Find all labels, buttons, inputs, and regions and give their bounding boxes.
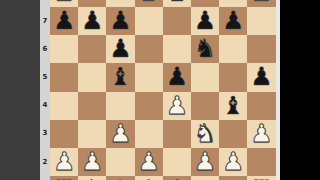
square-h4[interactable] <box>247 92 275 120</box>
square-a2[interactable]: ♟ <box>50 148 78 176</box>
square-a5[interactable] <box>50 63 78 91</box>
square-a1[interactable]: ♜ <box>50 176 78 180</box>
square-d8[interactable]: ♛ <box>135 0 163 7</box>
square-c6[interactable]: ♟ <box>106 35 134 63</box>
square-d6[interactable] <box>135 35 163 63</box>
white-bishop-c1[interactable]: ♝ <box>106 176 134 180</box>
white-pawn-g2[interactable]: ♟ <box>219 148 247 176</box>
black-knight-f6[interactable]: ♞ <box>191 35 219 63</box>
black-king-e8[interactable]: ♚ <box>163 0 191 7</box>
black-bishop-g4[interactable]: ♝ <box>219 92 247 120</box>
square-e5[interactable]: ♟ <box>163 63 191 91</box>
square-h7[interactable] <box>247 7 275 35</box>
black-rook-h8[interactable]: ♜ <box>247 0 275 7</box>
square-d1[interactable]: ♛ <box>135 176 163 180</box>
white-pawn-c3[interactable]: ♟ <box>106 120 134 148</box>
square-f3[interactable]: ♞ <box>191 120 219 148</box>
square-a7[interactable]: ♟ <box>50 7 78 35</box>
board-right-edge-strip <box>276 0 280 180</box>
white-king-e1[interactable]: ♚ <box>163 176 191 180</box>
rank-label-3: 3 <box>40 130 50 137</box>
white-pawn-e4[interactable]: ♟ <box>163 92 191 120</box>
rank-label-5: 5 <box>40 74 50 81</box>
square-h5[interactable]: ♟ <box>247 63 275 91</box>
square-f5[interactable] <box>191 63 219 91</box>
white-pawn-h3[interactable]: ♟ <box>247 120 275 148</box>
black-pawn-h5[interactable]: ♟ <box>247 63 275 91</box>
square-g1[interactable] <box>219 176 247 180</box>
square-d7[interactable] <box>135 7 163 35</box>
square-c7[interactable]: ♟ <box>106 7 134 35</box>
square-g7[interactable]: ♟ <box>219 7 247 35</box>
black-bishop-c5[interactable]: ♝ <box>106 63 134 91</box>
square-f4[interactable] <box>191 92 219 120</box>
square-e8[interactable]: ♚ <box>163 0 191 7</box>
white-rook-h1[interactable]: ♜ <box>247 176 275 180</box>
square-h8[interactable]: ♜ <box>247 0 275 7</box>
square-e2[interactable] <box>163 148 191 176</box>
square-b2[interactable]: ♟ <box>78 148 106 176</box>
white-knight-b1[interactable]: ♞ <box>78 176 106 180</box>
square-f7[interactable]: ♟ <box>191 7 219 35</box>
rank-label-4: 4 <box>40 102 50 109</box>
square-h2[interactable] <box>247 148 275 176</box>
rank-label-2: 2 <box>40 159 50 166</box>
square-b7[interactable]: ♟ <box>78 7 106 35</box>
square-h1[interactable]: ♜ <box>247 176 275 180</box>
square-c2[interactable] <box>106 148 134 176</box>
square-d5[interactable] <box>135 63 163 91</box>
square-b5[interactable] <box>78 63 106 91</box>
square-g2[interactable]: ♟ <box>219 148 247 176</box>
square-a3[interactable] <box>50 120 78 148</box>
square-h6[interactable] <box>247 35 275 63</box>
black-pawn-e5[interactable]: ♟ <box>163 63 191 91</box>
letterbox-left <box>0 0 40 180</box>
square-a4[interactable] <box>50 92 78 120</box>
square-b3[interactable] <box>78 120 106 148</box>
square-f6[interactable]: ♞ <box>191 35 219 63</box>
square-e1[interactable]: ♚ <box>163 176 191 180</box>
square-b6[interactable] <box>78 35 106 63</box>
square-g4[interactable]: ♝ <box>219 92 247 120</box>
black-pawn-c6[interactable]: ♟ <box>106 35 134 63</box>
square-c3[interactable]: ♟ <box>106 120 134 148</box>
square-d3[interactable] <box>135 120 163 148</box>
black-queen-d8[interactable]: ♛ <box>135 0 163 7</box>
rank-labels-gutter: 87654321 <box>40 0 50 180</box>
black-pawn-c7[interactable]: ♟ <box>106 7 134 35</box>
square-e4[interactable]: ♟ <box>163 92 191 120</box>
square-c1[interactable]: ♝ <box>106 176 134 180</box>
square-c5[interactable]: ♝ <box>106 63 134 91</box>
white-rook-a1[interactable]: ♜ <box>50 176 78 180</box>
square-c4[interactable] <box>106 92 134 120</box>
square-g3[interactable] <box>219 120 247 148</box>
white-queen-d1[interactable]: ♛ <box>135 176 163 180</box>
rank-label-7: 7 <box>40 18 50 25</box>
white-pawn-b2[interactable]: ♟ <box>78 148 106 176</box>
square-a6[interactable] <box>50 35 78 63</box>
square-d4[interactable] <box>135 92 163 120</box>
black-pawn-f7[interactable]: ♟ <box>191 7 219 35</box>
square-g6[interactable] <box>219 35 247 63</box>
square-b1[interactable]: ♞ <box>78 176 106 180</box>
square-g5[interactable] <box>219 63 247 91</box>
square-f1[interactable] <box>191 176 219 180</box>
chess-diagram-screenshot: 87654321 ♜♛♚♜♟♟♟♟♟♟♞♝♟♟♟♝♟♞♟♟♟♟♟♟♜♞♝♛♚♜ <box>0 0 320 180</box>
white-pawn-a2[interactable]: ♟ <box>50 148 78 176</box>
square-e7[interactable] <box>163 7 191 35</box>
black-pawn-b7[interactable]: ♟ <box>78 7 106 35</box>
black-pawn-a7[interactable]: ♟ <box>50 7 78 35</box>
white-knight-f3[interactable]: ♞ <box>191 120 219 148</box>
square-e3[interactable] <box>163 120 191 148</box>
chess-board: ♜♛♚♜♟♟♟♟♟♟♞♝♟♟♟♝♟♞♟♟♟♟♟♟♜♞♝♛♚♜ <box>50 0 276 180</box>
black-pawn-g7[interactable]: ♟ <box>219 7 247 35</box>
square-d2[interactable]: ♟ <box>135 148 163 176</box>
rank-label-6: 6 <box>40 46 50 53</box>
square-f2[interactable]: ♟ <box>191 148 219 176</box>
white-pawn-d2[interactable]: ♟ <box>135 148 163 176</box>
square-e6[interactable] <box>163 35 191 63</box>
square-b4[interactable] <box>78 92 106 120</box>
white-pawn-f2[interactable]: ♟ <box>191 148 219 176</box>
square-h3[interactable]: ♟ <box>247 120 275 148</box>
